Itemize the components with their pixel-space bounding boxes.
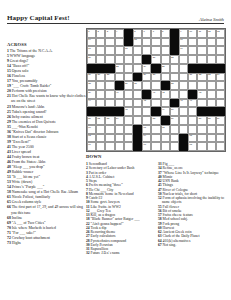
grid-cell[interactable] [124, 64, 133, 73]
grid-cell[interactable]: 14 [87, 38, 96, 47]
grid-cell[interactable]: 57 [197, 116, 206, 125]
grid-cell[interactable] [96, 46, 105, 55]
grid-cell[interactable]: 37 [133, 81, 142, 90]
grid-cell[interactable] [124, 99, 133, 108]
grid-cell[interactable] [207, 81, 216, 90]
grid-cell[interactable] [161, 38, 170, 47]
grid-cell[interactable]: 10 [188, 29, 197, 38]
grid-cell[interactable]: 40 [115, 90, 124, 99]
cell-number: 29 [143, 73, 146, 76]
grid-cell[interactable] [179, 64, 188, 73]
grid-cell[interactable] [216, 134, 225, 143]
cell-number: 16 [180, 38, 183, 41]
black-cell [170, 38, 179, 47]
grid-cell[interactable] [170, 134, 179, 143]
grid-cell[interactable] [188, 46, 197, 55]
grid-cell[interactable] [151, 134, 160, 143]
grid-cell[interactable] [207, 134, 216, 143]
cell-number: 41 [153, 91, 156, 94]
cell-number: 2 [97, 30, 98, 33]
grid-cell[interactable] [105, 125, 114, 134]
cell-number: 14 [88, 38, 91, 41]
grid-cell[interactable] [124, 134, 133, 143]
cell-number: 30 [153, 73, 156, 76]
across-clue-list: 1 The Tritons of the N.C.A.A.5 WWW langu… [7, 49, 86, 246]
grid-cell[interactable] [133, 64, 142, 73]
grid-cell[interactable]: 8 [161, 29, 170, 38]
grid-cell[interactable] [179, 107, 188, 116]
black-cell [96, 107, 105, 116]
black-cell [124, 29, 133, 38]
grid-cell[interactable] [115, 134, 124, 143]
grid-cell[interactable] [105, 142, 114, 151]
cell-number: 20 [88, 56, 91, 59]
black-cell [133, 134, 142, 143]
grid-cell[interactable]: 53 [105, 116, 114, 125]
grid-cell[interactable] [105, 90, 114, 99]
grid-cell[interactable]: 5 [133, 29, 142, 38]
cell-number: 52 [97, 117, 100, 120]
grid-cell[interactable] [133, 116, 142, 125]
cell-number: 57 [199, 117, 202, 120]
black-cell [216, 64, 225, 73]
cell-number: 40 [116, 91, 119, 94]
cell-number: 34 [217, 73, 220, 76]
cell-number: 32 [199, 73, 202, 76]
grid-cell[interactable] [216, 90, 225, 99]
grid-cell[interactable] [151, 46, 160, 55]
grid-cell[interactable] [115, 142, 124, 151]
cell-number: 44 [88, 99, 91, 102]
grid-cell[interactable] [179, 90, 188, 99]
page-header: Happy Capital Fest! Alaina Smith [7, 8, 224, 24]
cell-number: 49 [162, 108, 165, 111]
cell-number: 66 [88, 143, 91, 146]
cell-number: 60 [88, 126, 91, 129]
grid-cell[interactable]: 3 [105, 29, 114, 38]
down-clue: 32 Future J.D.s' exams [86, 251, 156, 255]
cell-number: 55 [153, 117, 156, 120]
cell-number: 1 [88, 30, 89, 33]
grid-cell[interactable] [161, 46, 170, 55]
cell-number: 31 [189, 73, 192, 76]
grid-cell[interactable]: 43 [197, 90, 206, 99]
grid-cell[interactable] [179, 73, 188, 82]
grid-cell[interactable] [179, 116, 188, 125]
across-header: ACROSS [7, 42, 27, 47]
grid-cell[interactable] [197, 46, 206, 55]
cell-number: 36 [125, 82, 128, 85]
cell-number: 62 [162, 126, 165, 129]
cell-number: 46 [180, 99, 183, 102]
grid-cell[interactable]: 67 [142, 142, 151, 151]
cell-number: 28 [107, 73, 110, 76]
grid-cell[interactable]: 45 [142, 99, 151, 108]
grid-cell[interactable] [216, 46, 225, 55]
grid-cell[interactable] [115, 99, 124, 108]
grid-cell[interactable] [105, 55, 114, 64]
grid-cell[interactable]: 13 [216, 29, 225, 38]
cell-number: 43 [199, 91, 202, 94]
grid-cell[interactable] [115, 125, 124, 134]
grid-cell[interactable]: 32 [197, 73, 206, 82]
grid-cell[interactable]: 33 [207, 73, 216, 82]
cell-number: 59 [217, 117, 220, 120]
grid-cell[interactable] [142, 38, 151, 47]
grid-cell[interactable] [170, 142, 179, 151]
grid-cell[interactable] [105, 38, 114, 47]
grid-cell[interactable]: 47 [188, 99, 197, 108]
black-cell [133, 73, 142, 82]
grid-cell[interactable] [142, 46, 151, 55]
grid-cell[interactable]: 26 [87, 73, 96, 82]
grid-cell[interactable] [161, 134, 170, 143]
grid-cell[interactable] [142, 81, 151, 90]
grid-cell[interactable]: 23 [115, 64, 124, 73]
grid-cell[interactable]: 6 [142, 29, 151, 38]
black-cell [170, 46, 179, 55]
grid-cell[interactable]: 17 [87, 46, 96, 55]
grid-cell[interactable]: 31 [188, 73, 197, 82]
cell-number: 38 [171, 82, 174, 85]
cell-number: 51 [88, 117, 91, 120]
grid-cell[interactable] [207, 55, 216, 64]
cell-number: 11 [199, 30, 201, 33]
cell-number: 27 [97, 73, 100, 76]
grid-cell[interactable] [179, 81, 188, 90]
black-cell [151, 64, 160, 73]
grid-cell[interactable] [197, 142, 206, 151]
grid-cell[interactable] [124, 73, 133, 82]
cell-number: 25 [162, 65, 165, 68]
grid-cell[interactable] [161, 142, 170, 151]
grid-cell[interactable] [133, 99, 142, 108]
grid-cell[interactable]: 18 [124, 46, 133, 55]
grid-cell[interactable] [197, 81, 206, 90]
grid-cell[interactable]: 52 [96, 116, 105, 125]
grid-cell[interactable]: 9 [179, 29, 188, 38]
across-clue: 73 Highs [7, 241, 86, 246]
grid-cell[interactable] [197, 38, 206, 47]
black-cell [133, 125, 142, 134]
grid-cell[interactable] [96, 90, 105, 99]
grid-cell[interactable]: 19 [179, 46, 188, 55]
grid-cell[interactable]: 61 [142, 125, 151, 134]
black-cell [216, 107, 225, 116]
grid-cell[interactable] [188, 107, 197, 116]
grid-cell[interactable] [124, 116, 133, 125]
grid-cell[interactable]: 27 [96, 73, 105, 82]
grid-cell[interactable]: 38 [170, 81, 179, 90]
grid-cell[interactable] [105, 81, 114, 90]
cell-number: 4 [116, 30, 117, 33]
cell-number: 45 [143, 99, 146, 102]
grid-cell[interactable] [216, 99, 225, 108]
cell-number: 68 [189, 143, 192, 146]
black-cell [142, 55, 151, 64]
grid-cell[interactable]: 56 [170, 116, 179, 125]
cell-number: 26 [88, 73, 91, 76]
grid-cell[interactable] [207, 125, 216, 134]
grid-cell[interactable] [133, 46, 142, 55]
black-cell [96, 64, 105, 73]
grid-cell[interactable]: 12 [207, 29, 216, 38]
grid-cell[interactable]: 48 [124, 107, 133, 116]
cell-number: 13 [217, 30, 220, 33]
grid-cell[interactable]: 7 [151, 29, 160, 38]
black-cell [105, 64, 114, 73]
cell-number: 64 [143, 134, 146, 137]
black-cell [115, 107, 124, 116]
cell-number: 23 [116, 65, 119, 68]
grid-cell[interactable] [207, 90, 216, 99]
cell-number: 48 [125, 108, 128, 111]
grid-cell[interactable] [105, 134, 114, 143]
grid-cell[interactable] [170, 125, 179, 134]
grid-cell[interactable]: 55 [151, 116, 160, 125]
grid-cell[interactable]: 4 [115, 29, 124, 38]
grid-cell[interactable] [170, 90, 179, 99]
black-cell [161, 116, 170, 125]
grid-cell[interactable] [188, 116, 197, 125]
black-cell [170, 29, 179, 38]
grid-cell[interactable]: 36 [124, 81, 133, 90]
black-cell [87, 107, 96, 116]
puzzle-author: Alaina Smith [199, 17, 224, 22]
black-cell [207, 107, 216, 116]
cell-number: 50 [171, 108, 174, 111]
grid-cell[interactable] [96, 142, 105, 151]
grid-cell[interactable] [96, 99, 105, 108]
grid-cell[interactable]: 49 [161, 107, 170, 116]
grid-cell[interactable] [96, 81, 105, 90]
grid-cell[interactable] [96, 38, 105, 47]
down-clue-list-col1: 1 Secondhand2 Secretary of Labor under B… [86, 162, 156, 256]
grid-cell[interactable] [207, 99, 216, 108]
grid-cell[interactable]: 66 [87, 142, 96, 151]
grid-cell[interactable]: 34 [216, 73, 225, 82]
puzzle-title: Happy Capital Fest! [7, 14, 70, 22]
grid-cell[interactable]: 44 [87, 99, 96, 108]
grid-cell[interactable] [151, 125, 160, 134]
grid-cell[interactable] [197, 125, 206, 134]
grid-cell[interactable] [151, 142, 160, 151]
grid-cell[interactable]: 62 [161, 125, 170, 134]
grid-cell[interactable] [161, 73, 170, 82]
cell-number: 8 [162, 30, 163, 33]
grid-cell[interactable]: 42 [161, 90, 170, 99]
grid-cell[interactable] [216, 38, 225, 47]
cell-number: 56 [171, 117, 174, 120]
grid-cell[interactable]: 51 [87, 116, 96, 125]
cell-number: 15 [134, 38, 137, 41]
grid-cell[interactable] [188, 81, 197, 90]
grid-cell[interactable]: 39 [87, 90, 96, 99]
cell-number: 10 [189, 30, 192, 33]
grid-cell[interactable] [133, 90, 142, 99]
grid-cell[interactable]: 54 [115, 116, 124, 125]
cell-number: 67 [143, 143, 146, 146]
crossword-grid[interactable]: 1234567891011121314151617181920212223242… [86, 28, 226, 152]
grid-cell[interactable]: 63 [87, 134, 96, 143]
grid-cell[interactable] [115, 46, 124, 55]
black-cell [188, 64, 197, 73]
grid-cell[interactable] [115, 55, 124, 64]
grid-cell[interactable]: 15 [133, 38, 142, 47]
black-cell [124, 38, 133, 47]
grid-cell[interactable] [96, 125, 105, 134]
grid-cell[interactable] [207, 142, 216, 151]
grid-cell[interactable]: 21 [151, 55, 160, 64]
grid-cell[interactable] [207, 46, 216, 55]
down-clue-list-col2: 33 Pig ___34 Refine, as ore37 "Whose Lin… [158, 162, 226, 247]
grid-cell[interactable]: 16 [179, 38, 188, 47]
grid-cell[interactable] [124, 125, 133, 134]
black-cell [105, 107, 114, 116]
grid-cell[interactable] [96, 134, 105, 143]
cell-number: 7 [153, 30, 154, 33]
grid-cell[interactable] [207, 38, 216, 47]
cell-number: 21 [153, 56, 156, 59]
grid-cell[interactable] [133, 55, 142, 64]
black-cell [142, 90, 151, 99]
black-cell [115, 81, 124, 90]
grid-cell[interactable] [142, 116, 151, 125]
grid-cell[interactable]: 64 [142, 134, 151, 143]
cell-number: 33 [208, 73, 211, 76]
grid-cell[interactable] [170, 64, 179, 73]
cell-number: 5 [134, 30, 135, 33]
grid-cell[interactable]: 28 [105, 73, 114, 82]
grid-cell[interactable] [179, 55, 188, 64]
grid-cell[interactable] [216, 55, 225, 64]
across-clue: 66 The first part of 17, 29, and 49 acro… [7, 205, 86, 215]
grid-cell[interactable]: 30 [151, 73, 160, 82]
black-cell [87, 64, 96, 73]
grid-cell[interactable]: 24 [142, 64, 151, 73]
grid-cell[interactable] [151, 99, 160, 108]
black-cell [170, 99, 179, 108]
grid-cell[interactable]: 35 [87, 81, 96, 90]
grid-cell[interactable]: 11 [197, 29, 206, 38]
grid-cell[interactable]: 29 [142, 73, 151, 82]
black-cell [151, 107, 160, 116]
cell-number: 58 [208, 117, 211, 120]
cell-number: 18 [125, 47, 128, 50]
grid-cell[interactable] [124, 55, 133, 64]
grid-cell[interactable] [133, 107, 142, 116]
grid-cell[interactable] [105, 99, 114, 108]
cell-number: 24 [143, 65, 146, 68]
grid-cell[interactable]: 59 [216, 116, 225, 125]
grid-cell[interactable] [216, 125, 225, 134]
grid-cell[interactable] [151, 38, 160, 47]
grid-cell[interactable] [161, 55, 170, 64]
grid-cell[interactable] [179, 125, 188, 134]
grid-cell[interactable]: 2 [96, 29, 105, 38]
down-header: DOWN [86, 154, 102, 159]
grid-cell[interactable] [188, 125, 197, 134]
cell-number: 17 [88, 47, 91, 50]
grid-cell[interactable] [105, 46, 114, 55]
grid-cell[interactable] [197, 99, 206, 108]
grid-cell[interactable] [188, 55, 197, 64]
grid-cell[interactable] [197, 55, 206, 64]
grid-cell[interactable]: 60 [87, 125, 96, 134]
black-cell [197, 64, 206, 73]
grid-cell[interactable]: 46 [179, 99, 188, 108]
grid-cell[interactable]: 41 [151, 90, 160, 99]
cell-number: 12 [208, 30, 211, 33]
black-cell [207, 64, 216, 73]
cell-number: 19 [180, 47, 183, 50]
grid-cell[interactable]: 65 [188, 134, 197, 143]
cell-number: 54 [116, 117, 119, 120]
grid-cell[interactable] [170, 73, 179, 82]
cell-number: 63 [88, 134, 91, 137]
grid-cell[interactable] [124, 142, 133, 151]
black-cell [161, 81, 170, 90]
grid-cell[interactable]: 58 [207, 116, 216, 125]
grid-cell[interactable] [161, 99, 170, 108]
cell-number: 53 [107, 117, 110, 120]
grid-cell[interactable] [115, 38, 124, 47]
grid-cell[interactable] [197, 134, 206, 143]
grid-cell[interactable]: 50 [170, 107, 179, 116]
grid-cell[interactable]: 25 [161, 64, 170, 73]
grid-cell[interactable] [142, 107, 151, 116]
grid-cell[interactable] [216, 142, 225, 151]
cell-number: 42 [162, 91, 165, 94]
black-cell [179, 134, 188, 143]
grid-cell[interactable] [96, 55, 105, 64]
across-clue: 21 Hot Chelle Rae wants to know why thei… [7, 94, 86, 104]
grid-cell[interactable] [124, 90, 133, 99]
down-clue: 52 Form of aphasia involving the inabili… [158, 196, 226, 205]
cell-number: 47 [189, 99, 192, 102]
grid-cell[interactable]: 1 [87, 29, 96, 38]
grid-cell[interactable]: 68 [188, 142, 197, 151]
cell-number: 9 [180, 30, 181, 33]
grid-cell[interactable]: 22 [170, 55, 179, 64]
grid-cell[interactable] [188, 38, 197, 47]
grid-cell[interactable] [216, 81, 225, 90]
cell-number: 39 [88, 91, 91, 94]
cell-number: 3 [107, 30, 108, 33]
down-clue: 67 Not sing. [158, 243, 226, 247]
cell-number: 61 [143, 126, 146, 129]
grid-cell[interactable]: 20 [87, 55, 96, 64]
black-cell [197, 107, 206, 116]
cell-number: 22 [171, 56, 174, 59]
cell-number: 37 [134, 82, 137, 85]
grid-cell[interactable] [115, 73, 124, 82]
cell-number: 6 [143, 30, 144, 33]
black-cell [188, 90, 197, 99]
grid-cell[interactable] [151, 81, 160, 90]
cell-number: 35 [88, 82, 91, 85]
black-cell [133, 142, 142, 151]
black-cell [179, 142, 188, 151]
cell-number: 65 [189, 134, 192, 137]
